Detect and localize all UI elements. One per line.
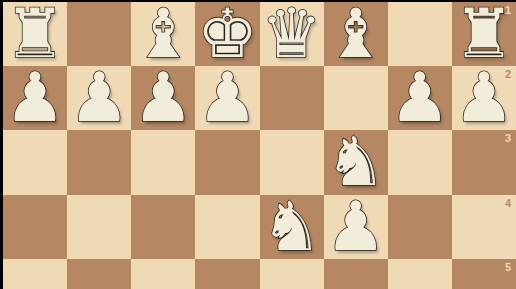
square-d1[interactable]: ♛ (260, 2, 324, 66)
square-a5[interactable]: 5 (452, 259, 516, 289)
square-d3[interactable] (260, 130, 324, 194)
square-c5[interactable] (324, 259, 388, 289)
square-g1[interactable] (67, 2, 131, 66)
square-b2[interactable]: ♟ (388, 66, 452, 130)
square-h3[interactable] (3, 130, 67, 194)
square-c2[interactable] (324, 66, 388, 130)
square-g2[interactable]: ♟ (67, 66, 131, 130)
white-pawn[interactable]: ♟ (197, 64, 258, 132)
square-h2[interactable]: ♟ (3, 66, 67, 130)
square-h5[interactable] (3, 259, 67, 289)
white-pawn[interactable]: ♟ (389, 64, 450, 132)
square-f2[interactable]: ♟ (131, 66, 195, 130)
square-c1[interactable]: ♝ (324, 2, 388, 66)
square-d2[interactable] (260, 66, 324, 130)
board-frame: ♜♝♚♛♝♜1♟♟♟♟♟♟2♞3♞♟45 (0, 0, 516, 289)
chess-board: ♜♝♚♛♝♜1♟♟♟♟♟♟2♞3♞♟45 (3, 2, 516, 289)
square-e2[interactable]: ♟ (195, 66, 259, 130)
white-pawn[interactable]: ♟ (69, 64, 130, 132)
rank-label-5: 5 (505, 262, 511, 273)
square-b3[interactable] (388, 130, 452, 194)
square-d4[interactable]: ♞ (260, 195, 324, 259)
square-d5[interactable] (260, 259, 324, 289)
white-knight[interactable]: ♞ (261, 193, 322, 261)
square-a1[interactable]: ♜1 (452, 2, 516, 66)
square-g5[interactable] (67, 259, 131, 289)
square-g3[interactable] (67, 130, 131, 194)
square-a4[interactable]: 4 (452, 195, 516, 259)
rank-label-4: 4 (505, 198, 511, 209)
square-e1[interactable]: ♚ (195, 2, 259, 66)
square-c3[interactable]: ♞ (324, 130, 388, 194)
square-f4[interactable] (131, 195, 195, 259)
rank-label-3: 3 (505, 133, 511, 144)
square-a3[interactable]: 3 (452, 130, 516, 194)
square-e5[interactable] (195, 259, 259, 289)
white-queen[interactable]: ♛ (261, 2, 322, 68)
square-e3[interactable] (195, 130, 259, 194)
white-bishop[interactable]: ♝ (325, 2, 386, 68)
white-pawn[interactable]: ♟ (325, 193, 386, 261)
square-b4[interactable] (388, 195, 452, 259)
white-pawn[interactable]: ♟ (5, 64, 66, 132)
white-pawn[interactable]: ♟ (133, 64, 194, 132)
square-e4[interactable] (195, 195, 259, 259)
square-a2[interactable]: ♟2 (452, 66, 516, 130)
rank-label-2: 2 (505, 69, 511, 80)
square-f5[interactable] (131, 259, 195, 289)
square-h1[interactable]: ♜ (3, 2, 67, 66)
square-b1[interactable] (388, 2, 452, 66)
square-b5[interactable] (388, 259, 452, 289)
rank-label-1: 1 (505, 5, 511, 16)
square-c4[interactable]: ♟ (324, 195, 388, 259)
square-f3[interactable] (131, 130, 195, 194)
square-h4[interactable] (3, 195, 67, 259)
square-f1[interactable]: ♝ (131, 2, 195, 66)
square-g4[interactable] (67, 195, 131, 259)
